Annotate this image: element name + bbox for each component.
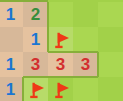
cell-r1-c4[interactable] bbox=[98, 27, 123, 52]
cell-r2-c2[interactable]: 3 bbox=[48, 52, 73, 77]
cell-r2-c1[interactable]: 3 bbox=[23, 52, 48, 77]
region-border-segment bbox=[73, 51, 98, 53]
minesweeper-board: 12113331 bbox=[0, 0, 123, 101]
cell-r0-c0[interactable]: 1 bbox=[0, 2, 23, 27]
region-border-segment bbox=[23, 76, 48, 78]
cell-r0-c3[interactable] bbox=[73, 2, 98, 27]
cell-number: 3 bbox=[56, 56, 65, 73]
cell-r0-c4[interactable] bbox=[98, 2, 123, 27]
region-border-segment bbox=[48, 76, 73, 78]
cell-r0-c2[interactable] bbox=[48, 2, 73, 27]
region-border-segment bbox=[97, 52, 99, 77]
cell-number: 3 bbox=[31, 56, 40, 73]
region-border-segment bbox=[47, 27, 49, 52]
cell-number: 1 bbox=[6, 56, 15, 73]
cell-r2-c3[interactable]: 3 bbox=[73, 52, 98, 77]
cell-number: 1 bbox=[31, 31, 40, 48]
cell-r0-c1[interactable]: 2 bbox=[23, 2, 48, 27]
cell-r3-c0[interactable]: 1 bbox=[0, 77, 23, 101]
cell-number: 1 bbox=[6, 6, 15, 23]
cell-r3-c3[interactable] bbox=[73, 77, 98, 101]
flag-icon bbox=[26, 80, 46, 100]
flag-icon bbox=[51, 80, 71, 100]
cell-r3-c2[interactable] bbox=[48, 77, 73, 101]
cell-r1-c0[interactable] bbox=[0, 27, 23, 52]
cell-r2-c4[interactable] bbox=[98, 52, 123, 77]
region-border-segment bbox=[48, 51, 73, 53]
cell-r1-c1[interactable]: 1 bbox=[23, 27, 48, 52]
cell-r1-c3[interactable] bbox=[73, 27, 98, 52]
cell-r1-c2[interactable] bbox=[48, 27, 73, 52]
flag-icon bbox=[51, 30, 71, 50]
region-border-segment bbox=[0, 0, 23, 2]
region-border-segment bbox=[73, 76, 98, 78]
region-border-segment bbox=[22, 77, 24, 101]
cell-r3-c4[interactable] bbox=[98, 77, 123, 101]
region-border-segment bbox=[23, 0, 48, 2]
cell-r3-c1[interactable] bbox=[23, 77, 48, 101]
cell-number: 1 bbox=[6, 81, 15, 98]
cell-number: 3 bbox=[81, 56, 90, 73]
region-border-segment bbox=[47, 2, 49, 27]
cell-r2-c0[interactable]: 1 bbox=[0, 52, 23, 77]
cell-number: 2 bbox=[31, 6, 40, 23]
